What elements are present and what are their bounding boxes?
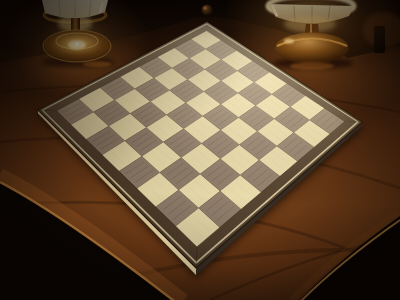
scene-canvas	[0, 0, 400, 300]
photo-scene	[0, 0, 400, 300]
vignette	[0, 0, 400, 300]
